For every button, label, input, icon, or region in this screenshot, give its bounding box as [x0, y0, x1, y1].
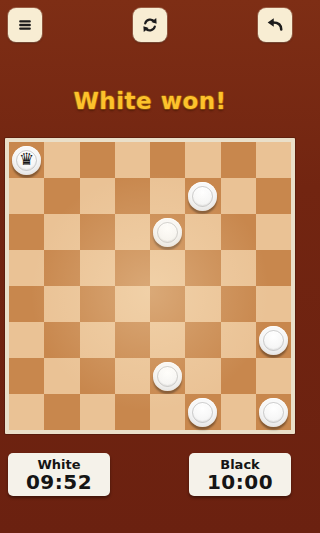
board-square[interactable] [221, 394, 256, 430]
board-square[interactable] [185, 322, 220, 358]
board-square[interactable] [9, 178, 44, 214]
board-square[interactable] [44, 358, 79, 394]
board-square[interactable] [185, 214, 220, 250]
board-square[interactable] [150, 142, 185, 178]
white-man-piece[interactable] [153, 362, 182, 391]
white-clock: White 09:52 [8, 453, 110, 496]
board-square[interactable] [256, 286, 291, 322]
board-square[interactable] [9, 322, 44, 358]
board-square[interactable] [115, 394, 150, 430]
board-square[interactable] [256, 250, 291, 286]
restart-button[interactable] [133, 8, 167, 42]
board-square[interactable] [256, 178, 291, 214]
board-square[interactable] [221, 322, 256, 358]
board-square[interactable] [221, 286, 256, 322]
board-square[interactable] [44, 322, 79, 358]
white-king-piece[interactable]: ♛ [12, 146, 41, 175]
board-square[interactable] [80, 214, 115, 250]
board-square[interactable] [80, 286, 115, 322]
undo-arrow-icon [265, 15, 285, 35]
board-square[interactable] [256, 214, 291, 250]
board-square[interactable] [185, 250, 220, 286]
menu-button[interactable] [8, 8, 42, 42]
board-square[interactable] [221, 250, 256, 286]
white-clock-time: 09:52 [26, 472, 92, 493]
board-square[interactable] [185, 142, 220, 178]
result-banner: White won! [0, 88, 300, 114]
board-square[interactable] [115, 142, 150, 178]
board-square[interactable] [221, 142, 256, 178]
board-square[interactable] [221, 214, 256, 250]
board-square[interactable] [256, 142, 291, 178]
hamburger-icon [15, 15, 35, 35]
board-square[interactable] [9, 394, 44, 430]
board-square[interactable] [115, 250, 150, 286]
board-square[interactable] [44, 178, 79, 214]
board-square[interactable] [150, 178, 185, 214]
refresh-icon [140, 15, 160, 35]
board-square[interactable] [44, 142, 79, 178]
board-square[interactable] [150, 322, 185, 358]
board-square[interactable] [115, 358, 150, 394]
white-man-piece[interactable] [188, 182, 217, 211]
board-square[interactable] [9, 214, 44, 250]
board-square[interactable] [150, 286, 185, 322]
board-square[interactable] [80, 178, 115, 214]
board-square[interactable] [44, 250, 79, 286]
board-square[interactable] [185, 394, 220, 430]
checkers-board: ♛ [5, 138, 295, 434]
board-square[interactable] [80, 142, 115, 178]
undo-button[interactable] [258, 8, 292, 42]
board-grid: ♛ [9, 142, 291, 430]
board-square[interactable] [115, 178, 150, 214]
board-square[interactable] [150, 250, 185, 286]
board-square[interactable] [150, 214, 185, 250]
board-square[interactable] [256, 322, 291, 358]
white-man-piece[interactable] [188, 398, 217, 427]
board-square[interactable]: ♛ [9, 142, 44, 178]
board-square[interactable] [185, 358, 220, 394]
board-square[interactable] [44, 214, 79, 250]
board-square[interactable] [9, 250, 44, 286]
board-square[interactable] [9, 286, 44, 322]
board-square[interactable] [150, 394, 185, 430]
board-square[interactable] [44, 286, 79, 322]
white-man-piece[interactable] [259, 326, 288, 355]
black-clock-time: 10:00 [207, 472, 273, 493]
board-square[interactable] [115, 214, 150, 250]
board-square[interactable] [221, 178, 256, 214]
board-square[interactable] [80, 250, 115, 286]
king-crown-glyph: ♛ [12, 146, 41, 175]
board-square[interactable] [44, 394, 79, 430]
board-square[interactable] [221, 358, 256, 394]
board-square[interactable] [80, 394, 115, 430]
board-square[interactable] [115, 322, 150, 358]
white-man-piece[interactable] [153, 218, 182, 247]
board-square[interactable] [150, 358, 185, 394]
toolbar [8, 8, 292, 42]
board-square[interactable] [185, 178, 220, 214]
board-square[interactable] [256, 358, 291, 394]
black-clock: Black 10:00 [189, 453, 291, 496]
board-square[interactable] [80, 358, 115, 394]
board-square[interactable] [80, 322, 115, 358]
board-square[interactable] [115, 286, 150, 322]
white-man-piece[interactable] [259, 398, 288, 427]
board-square[interactable] [9, 358, 44, 394]
board-square[interactable] [185, 286, 220, 322]
board-square[interactable] [256, 394, 291, 430]
